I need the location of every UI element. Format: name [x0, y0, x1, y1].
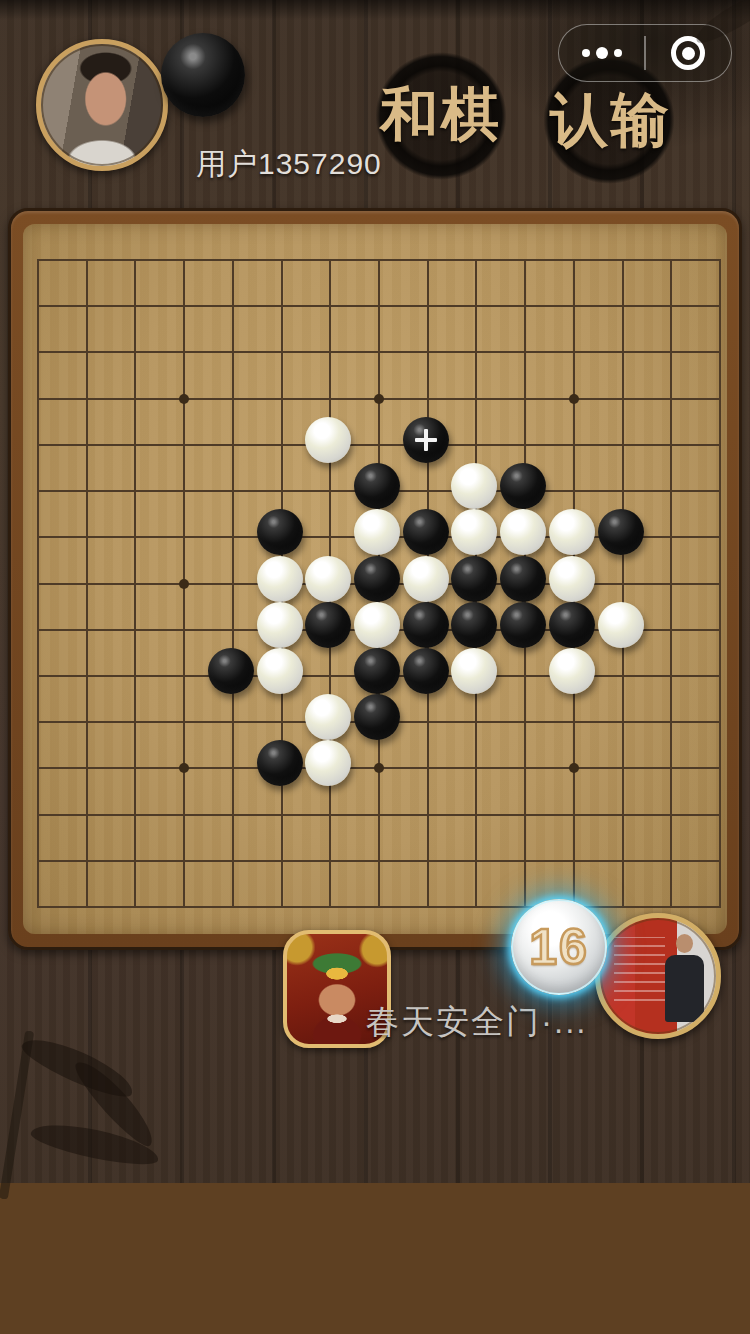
ad-text[interactable]: 春天安全门·... — [366, 1000, 588, 1045]
more-menu-button[interactable] — [559, 25, 644, 81]
draw-button[interactable]: 和棋 — [363, 40, 519, 190]
black-stone — [257, 740, 303, 786]
black-stone — [305, 602, 351, 648]
black-stone — [354, 556, 400, 602]
black-stone — [208, 648, 254, 694]
white-stone — [598, 602, 644, 648]
star-point — [374, 394, 384, 404]
white-stone — [257, 602, 303, 648]
white-stone — [451, 648, 497, 694]
black-stone — [403, 417, 449, 463]
white-stone — [257, 556, 303, 602]
star-point — [569, 394, 579, 404]
black-stone — [403, 648, 449, 694]
black-stone — [598, 509, 644, 555]
board-panel — [8, 208, 742, 950]
white-player-avatar — [595, 913, 721, 1039]
white-stone — [257, 648, 303, 694]
last-move-marker — [415, 429, 437, 451]
timer-seconds: 16 — [529, 918, 589, 976]
black-stone — [354, 694, 400, 740]
black-stone — [403, 602, 449, 648]
star-point — [569, 763, 579, 773]
white-stone — [500, 509, 546, 555]
white-stone — [549, 509, 595, 555]
grid-line-vertical — [670, 259, 672, 908]
white-stone — [305, 417, 351, 463]
black-stone — [500, 602, 546, 648]
white-stone — [305, 694, 351, 740]
white-stone — [451, 463, 497, 509]
black-stone — [451, 602, 497, 648]
black-stone — [354, 648, 400, 694]
white-stone — [549, 648, 595, 694]
grid-line-horizontal — [37, 906, 721, 908]
black-stone — [257, 509, 303, 555]
white-stone — [549, 556, 595, 602]
black-player-avatar — [36, 39, 168, 171]
white-stone — [451, 509, 497, 555]
bottom-panel — [0, 1183, 750, 1334]
white-stone — [354, 602, 400, 648]
star-point — [179, 579, 189, 589]
grid-line-horizontal — [37, 860, 721, 862]
white-stone — [305, 556, 351, 602]
star-point — [179, 763, 189, 773]
grid-line-horizontal — [37, 814, 721, 816]
avatar-man-head — [676, 934, 693, 953]
black-stone — [500, 463, 546, 509]
star-point — [374, 763, 384, 773]
grid-line-vertical — [622, 259, 624, 908]
white-stone — [354, 509, 400, 555]
avatar-card-text-lines — [614, 937, 665, 1009]
star-point — [179, 394, 189, 404]
white-stone — [403, 556, 449, 602]
more-icon — [582, 47, 622, 59]
black-stone — [549, 602, 595, 648]
grid-line-vertical — [719, 259, 721, 908]
black-stone-indicator-icon — [161, 33, 245, 117]
app-screen: 用户1357290 和棋 认输 春天安全门·... 16 — [0, 0, 750, 1334]
black-stone — [500, 556, 546, 602]
black-stone — [403, 509, 449, 555]
gomoku-board[interactable] — [23, 224, 727, 934]
black-stone — [451, 556, 497, 602]
black-stone — [354, 463, 400, 509]
avatar-man-silhouette — [665, 955, 704, 1022]
white-stone — [305, 740, 351, 786]
move-timer: 16 — [511, 899, 607, 995]
